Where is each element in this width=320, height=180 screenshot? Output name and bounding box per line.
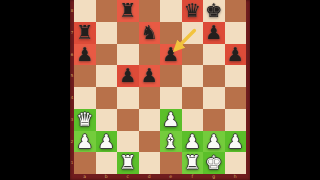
square-c2[interactable]	[117, 131, 139, 153]
file-label-b: b	[96, 174, 118, 180]
square-d8[interactable]	[139, 0, 161, 22]
piece-white-rook-f1: ♜	[184, 152, 201, 174]
piece-white-pawn-f2: ♟	[184, 131, 201, 153]
square-a7[interactable]: ♜	[74, 22, 96, 44]
square-b4[interactable]	[96, 87, 118, 109]
square-a2[interactable]: ♟	[74, 131, 96, 153]
piece-black-pawn-d5: ♟	[141, 65, 158, 87]
piece-white-bishop-e2: ♝	[162, 131, 179, 153]
square-f3[interactable]	[182, 109, 204, 131]
square-h7[interactable]	[225, 22, 247, 44]
square-c7[interactable]	[117, 22, 139, 44]
square-h3[interactable]	[225, 109, 247, 131]
square-g6[interactable]	[203, 44, 225, 66]
square-f7[interactable]	[182, 22, 204, 44]
file-label-c: c	[117, 174, 139, 180]
square-e3[interactable]: ♟	[160, 109, 182, 131]
square-e6[interactable]: ♟	[160, 44, 182, 66]
square-e8[interactable]	[160, 0, 182, 22]
square-c3[interactable]	[117, 109, 139, 131]
square-d4[interactable]	[139, 87, 161, 109]
screen: 87654321 ♜♛♚♜♞♟♟♟♟♟♟♛♟♟♟♝♟♟♟♜♜♚ abcdefgh	[0, 0, 320, 180]
square-h4[interactable]	[225, 87, 247, 109]
file-label-f: f	[182, 174, 204, 180]
piece-black-pawn-c5: ♟	[119, 65, 136, 87]
square-d6[interactable]	[139, 44, 161, 66]
square-f5[interactable]	[182, 65, 204, 87]
square-b2[interactable]: ♟	[96, 131, 118, 153]
piece-black-pawn-e6: ♟	[162, 44, 179, 66]
piece-white-pawn-b2: ♟	[98, 131, 115, 153]
piece-black-pawn-h6: ♟	[227, 44, 244, 66]
square-a5[interactable]	[74, 65, 96, 87]
square-c8[interactable]: ♜	[117, 0, 139, 22]
square-g5[interactable]	[203, 65, 225, 87]
square-e5[interactable]	[160, 65, 182, 87]
square-h2[interactable]: ♟	[225, 131, 247, 153]
piece-black-rook-c8: ♜	[119, 0, 136, 22]
piece-black-pawn-g7: ♟	[205, 22, 222, 44]
square-c4[interactable]	[117, 87, 139, 109]
square-a3[interactable]: ♛	[74, 109, 96, 131]
square-a1[interactable]	[74, 152, 96, 174]
square-h8[interactable]	[225, 0, 247, 22]
square-b3[interactable]	[96, 109, 118, 131]
square-b1[interactable]	[96, 152, 118, 174]
square-e2[interactable]: ♝	[160, 131, 182, 153]
square-g1[interactable]: ♚	[203, 152, 225, 174]
square-f4[interactable]	[182, 87, 204, 109]
square-f6[interactable]	[182, 44, 204, 66]
square-d2[interactable]	[139, 131, 161, 153]
square-e4[interactable]	[160, 87, 182, 109]
square-h6[interactable]: ♟	[225, 44, 247, 66]
square-h5[interactable]	[225, 65, 247, 87]
square-b6[interactable]	[96, 44, 118, 66]
file-label-d: d	[139, 174, 161, 180]
square-d7[interactable]: ♞	[139, 22, 161, 44]
square-f2[interactable]: ♟	[182, 131, 204, 153]
square-f8[interactable]: ♛	[182, 0, 204, 22]
square-b5[interactable]	[96, 65, 118, 87]
piece-black-rook-a7: ♜	[76, 22, 93, 44]
file-label-a: a	[74, 174, 96, 180]
square-d5[interactable]: ♟	[139, 65, 161, 87]
square-g2[interactable]: ♟	[203, 131, 225, 153]
piece-white-pawn-e3: ♟	[162, 109, 179, 131]
square-a4[interactable]	[74, 87, 96, 109]
board-squares: ♜♛♚♜♞♟♟♟♟♟♟♛♟♟♟♝♟♟♟♜♜♚	[74, 0, 246, 174]
file-labels: abcdefgh	[74, 174, 246, 180]
piece-black-knight-d7: ♞	[141, 22, 158, 44]
piece-white-pawn-h2: ♟	[227, 131, 244, 153]
square-c6[interactable]	[117, 44, 139, 66]
square-b8[interactable]	[96, 0, 118, 22]
piece-black-king-g8: ♚	[205, 0, 222, 22]
square-g4[interactable]	[203, 87, 225, 109]
piece-white-rook-c1: ♜	[119, 152, 136, 174]
square-g3[interactable]	[203, 109, 225, 131]
square-c5[interactable]: ♟	[117, 65, 139, 87]
piece-white-pawn-a2: ♟	[76, 131, 93, 153]
piece-black-queen-f8: ♛	[184, 0, 201, 22]
file-label-h: h	[225, 174, 247, 180]
piece-white-king-g1: ♚	[205, 152, 222, 174]
piece-black-pawn-a6: ♟	[76, 44, 93, 66]
square-h1[interactable]	[225, 152, 247, 174]
piece-white-queen-a3: ♛	[76, 109, 93, 131]
file-label-g: g	[203, 174, 225, 180]
square-g8[interactable]: ♚	[203, 0, 225, 22]
square-d3[interactable]	[139, 109, 161, 131]
file-label-e: e	[160, 174, 182, 180]
square-d1[interactable]	[139, 152, 161, 174]
square-e7[interactable]	[160, 22, 182, 44]
square-a6[interactable]: ♟	[74, 44, 96, 66]
square-c1[interactable]: ♜	[117, 152, 139, 174]
square-b7[interactable]	[96, 22, 118, 44]
square-g7[interactable]: ♟	[203, 22, 225, 44]
square-f1[interactable]: ♜	[182, 152, 204, 174]
piece-white-pawn-g2: ♟	[205, 131, 222, 153]
square-e1[interactable]	[160, 152, 182, 174]
chess-board: 87654321 ♜♛♚♜♞♟♟♟♟♟♟♛♟♟♟♝♟♟♟♜♜♚ abcdefgh	[70, 0, 250, 180]
square-a8[interactable]	[74, 0, 96, 22]
